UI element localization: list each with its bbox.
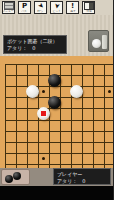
toolbar-button-label: 投了 — [70, 10, 75, 13]
bottom-black-bar — [0, 186, 113, 200]
black-stone-icon — [5, 175, 13, 183]
toolbar-button-label: 打つ — [38, 10, 43, 13]
white-stone[interactable] — [37, 107, 50, 120]
player-name: プレイヤー — [57, 171, 107, 178]
go-board[interactable] — [0, 56, 113, 168]
pass-button[interactable]: Pパス — [18, 1, 31, 14]
toolbar-button-label: パス — [22, 10, 28, 13]
white-stone-tray — [88, 30, 109, 52]
opponent-name: ポケット囲碁（二段） — [7, 38, 63, 45]
white-stone-icon — [92, 39, 101, 48]
player-status-zone: プレイヤー アタリ： 0 — [0, 168, 113, 186]
star-point — [42, 157, 45, 160]
white-stone[interactable] — [26, 85, 39, 98]
black-stone-tray — [1, 169, 30, 185]
upper-status-zone: ポケット囲碁（二段） アタリ： 0 — [0, 15, 113, 56]
app-screen: メニューPパス➤打つ➤ヒント!投了設定 ポケット囲碁（二段） アタリ： 0 プレ… — [0, 0, 113, 200]
black-stone-icon — [13, 172, 21, 180]
pointer-button[interactable]: ➤ヒント — [50, 1, 63, 14]
black-stone[interactable] — [48, 74, 61, 87]
player-info-box: プレイヤー アタリ： 0 — [53, 168, 111, 185]
opponent-info-box: ポケット囲碁（二段） アタリ： 0 — [3, 35, 67, 54]
board-grid[interactable] — [5, 64, 114, 175]
window-button[interactable]: 設定 — [82, 1, 95, 14]
star-point — [108, 90, 111, 93]
star-point — [42, 90, 45, 93]
toolbar-button-label: メニュー — [3, 10, 14, 13]
black-stone[interactable] — [48, 96, 61, 109]
cursor-button[interactable]: ➤打つ — [34, 1, 47, 14]
board-button[interactable]: メニュー — [2, 1, 15, 14]
player-atari-count: アタリ： 0 — [57, 178, 107, 185]
tray-lid — [102, 35, 107, 49]
toolbar: メニューPパス➤打つ➤ヒント!投了設定 — [0, 0, 113, 15]
white-stone[interactable] — [70, 85, 83, 98]
toolbar-button-label: ヒント — [52, 10, 60, 13]
exclamation-button[interactable]: !投了 — [66, 1, 79, 14]
toolbar-button-label: 設定 — [86, 10, 91, 13]
last-move-marker — [41, 111, 46, 116]
opponent-atari-count: アタリ： 0 — [7, 45, 63, 52]
